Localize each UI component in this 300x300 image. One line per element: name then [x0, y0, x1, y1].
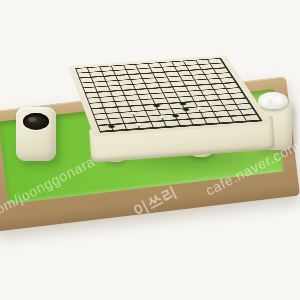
photo-canvas: ●●●●●●●●● cafe.naver.com/joonggonara 이쓰리…: [0, 0, 300, 300]
white-stones-heap: [258, 92, 288, 109]
board-grid: [75, 58, 263, 133]
black-stone-cup: [16, 107, 56, 161]
cup-opening-black-stones: [23, 113, 49, 130]
board-surface: ●●●●●●●●●: [68, 55, 272, 136]
go-board: ●●●●●●●●●: [68, 55, 272, 136]
